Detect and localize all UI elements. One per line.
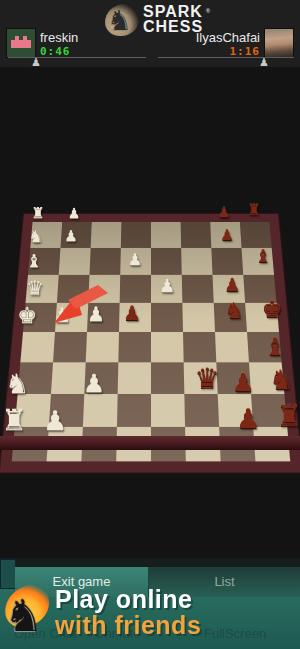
- square-e7[interactable]: [215, 332, 249, 362]
- square-c6[interactable]: [182, 275, 214, 303]
- square-e1[interactable]: [20, 332, 55, 362]
- square-c5[interactable]: [151, 275, 182, 303]
- square-a6[interactable]: [181, 222, 212, 248]
- logo-line1: SPARK: [143, 4, 203, 19]
- square-b4[interactable]: [120, 248, 151, 275]
- square-g1[interactable]: [15, 394, 51, 427]
- square-g2[interactable]: [49, 394, 84, 427]
- promo-line2: with friends: [55, 612, 201, 638]
- left-player-underline: [8, 57, 146, 58]
- square-a3[interactable]: [91, 222, 122, 248]
- square-d6[interactable]: [182, 303, 215, 332]
- square-g8[interactable]: [251, 394, 287, 427]
- square-d5[interactable]: [151, 303, 183, 332]
- square-a1[interactable]: [30, 222, 62, 248]
- square-d4[interactable]: [119, 303, 151, 332]
- bottom-panel: Exit game List Open Chat Unmute FullScre…: [0, 558, 300, 649]
- right-player-avatar[interactable]: [264, 28, 294, 58]
- square-f1[interactable]: [18, 362, 53, 394]
- right-player-name: IlyasChafai: [196, 30, 260, 45]
- square-b6[interactable]: [181, 248, 212, 275]
- square-e8[interactable]: [247, 332, 282, 362]
- square-c8[interactable]: [243, 275, 276, 303]
- square-c7[interactable]: [213, 275, 246, 303]
- square-b5[interactable]: [151, 248, 182, 275]
- square-g5[interactable]: [151, 394, 185, 427]
- promo-line1: Play online: [55, 586, 201, 612]
- square-g7[interactable]: [218, 394, 253, 427]
- promo-banner[interactable]: Play online with friends: [55, 586, 201, 638]
- square-f8[interactable]: [249, 362, 284, 394]
- square-e5[interactable]: [151, 332, 184, 362]
- square-b3[interactable]: [89, 248, 120, 275]
- square-d7[interactable]: [214, 303, 247, 332]
- sparkchess-app: ♞ SPARK CHESS ® freskin 0:46 IlyasChafai…: [0, 0, 300, 649]
- square-f6[interactable]: [184, 362, 218, 394]
- square-d8[interactable]: [245, 303, 279, 332]
- square-e3[interactable]: [86, 332, 119, 362]
- board-frame: [0, 213, 300, 473]
- bottom-top-strip: [0, 558, 300, 567]
- square-e2[interactable]: [53, 332, 87, 362]
- right-player-underline: [158, 57, 294, 58]
- last-move-arrow: [46, 283, 110, 325]
- square-g4[interactable]: [117, 394, 151, 427]
- header: ♞ SPARK CHESS ® freskin 0:46 IlyasChafai…: [0, 0, 300, 67]
- square-b1[interactable]: [28, 248, 61, 275]
- square-b8[interactable]: [242, 248, 275, 275]
- fullscreen-button[interactable]: FullScreen: [204, 626, 266, 641]
- board-zone: [0, 67, 300, 560]
- square-g6[interactable]: [184, 394, 219, 427]
- chat-button-edge[interactable]: [0, 559, 16, 589]
- square-b2[interactable]: [59, 248, 91, 275]
- left-player-avatar[interactable]: [6, 28, 36, 58]
- logo-knight-icon: ♞: [107, 6, 132, 36]
- square-g3[interactable]: [83, 394, 118, 427]
- square-c4[interactable]: [120, 275, 151, 303]
- chess-board-3d[interactable]: [12, 193, 288, 469]
- logo-line2: CHESS: [143, 19, 203, 34]
- board-squares[interactable]: [12, 222, 290, 461]
- square-e4[interactable]: [118, 332, 151, 362]
- banner-knight-icon: ♞: [4, 592, 43, 640]
- logo-text: SPARK CHESS ®: [143, 4, 203, 34]
- square-b7[interactable]: [211, 248, 243, 275]
- square-a2[interactable]: [60, 222, 91, 248]
- square-e6[interactable]: [183, 332, 216, 362]
- left-player-name: freskin: [40, 30, 78, 45]
- square-f4[interactable]: [118, 362, 151, 394]
- banner-logo[interactable]: ♞: [0, 586, 54, 646]
- board-near-edge: [0, 436, 300, 450]
- square-a4[interactable]: [121, 222, 151, 248]
- square-a8[interactable]: [240, 222, 272, 248]
- square-a7[interactable]: [210, 222, 241, 248]
- square-f3[interactable]: [84, 362, 118, 394]
- square-a5[interactable]: [151, 222, 181, 248]
- registered-mark: ®: [206, 4, 211, 19]
- square-f2[interactable]: [51, 362, 86, 394]
- square-f7[interactable]: [216, 362, 251, 394]
- square-f5[interactable]: [151, 362, 184, 394]
